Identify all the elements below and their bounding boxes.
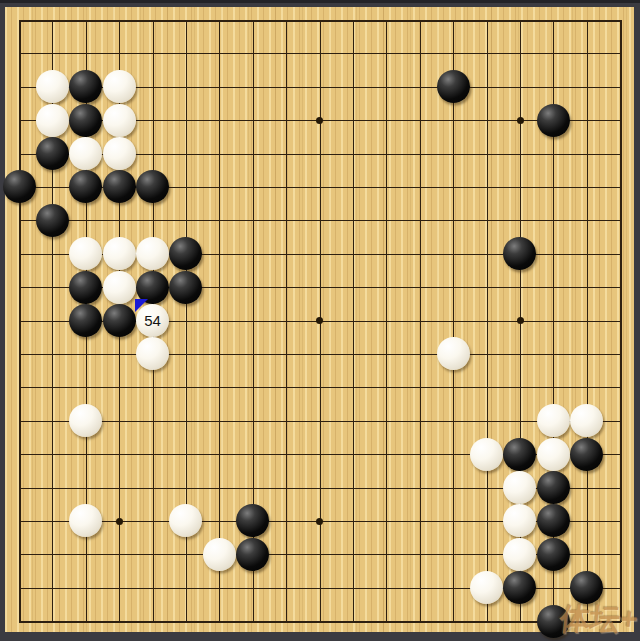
intersection[interactable] (102, 504, 135, 537)
intersection[interactable] (69, 504, 102, 537)
intersection[interactable] (36, 70, 69, 103)
intersection[interactable] (36, 204, 69, 237)
intersection[interactable] (169, 404, 202, 437)
intersection[interactable] (603, 371, 636, 404)
intersection[interactable] (403, 304, 436, 337)
intersection[interactable] (470, 204, 503, 237)
intersection[interactable] (603, 304, 636, 337)
intersection[interactable] (102, 170, 135, 203)
intersection[interactable] (69, 471, 102, 504)
intersection[interactable] (403, 371, 436, 404)
intersection[interactable] (136, 103, 169, 136)
intersection[interactable] (203, 137, 236, 170)
intersection[interactable] (102, 37, 135, 70)
intersection[interactable] (236, 270, 269, 303)
intersection[interactable] (269, 70, 302, 103)
intersection[interactable] (470, 504, 503, 537)
intersection[interactable] (36, 371, 69, 404)
intersection[interactable] (69, 204, 102, 237)
intersection[interactable] (370, 538, 403, 571)
intersection[interactable] (503, 170, 536, 203)
intersection[interactable] (503, 237, 536, 270)
intersection[interactable] (203, 103, 236, 136)
intersection[interactable] (169, 137, 202, 170)
intersection[interactable] (537, 103, 570, 136)
intersection[interactable] (136, 37, 169, 70)
intersection[interactable] (2, 137, 35, 170)
intersection[interactable] (403, 337, 436, 370)
intersection[interactable] (136, 237, 169, 270)
intersection[interactable] (436, 604, 469, 637)
intersection[interactable] (102, 304, 135, 337)
intersection[interactable] (436, 571, 469, 604)
intersection[interactable] (370, 170, 403, 203)
intersection[interactable] (570, 604, 603, 637)
intersection[interactable] (503, 304, 536, 337)
intersection[interactable] (2, 170, 35, 203)
intersection[interactable] (236, 538, 269, 571)
intersection[interactable] (236, 137, 269, 170)
intersection[interactable] (169, 571, 202, 604)
intersection[interactable] (269, 371, 302, 404)
intersection[interactable] (436, 137, 469, 170)
intersection[interactable] (336, 604, 369, 637)
intersection[interactable] (203, 504, 236, 537)
intersection[interactable] (436, 70, 469, 103)
intersection[interactable] (36, 538, 69, 571)
intersection[interactable] (603, 471, 636, 504)
intersection[interactable] (436, 3, 469, 36)
intersection[interactable] (169, 337, 202, 370)
intersection[interactable] (136, 3, 169, 36)
intersection[interactable] (102, 571, 135, 604)
intersection[interactable] (336, 137, 369, 170)
intersection[interactable] (203, 3, 236, 36)
intersection[interactable] (403, 137, 436, 170)
intersection[interactable] (570, 103, 603, 136)
intersection[interactable] (102, 3, 135, 36)
intersection[interactable] (169, 3, 202, 36)
intersection[interactable] (370, 237, 403, 270)
intersection[interactable] (269, 3, 302, 36)
intersection[interactable] (36, 604, 69, 637)
intersection[interactable] (169, 604, 202, 637)
intersection[interactable] (403, 204, 436, 237)
intersection[interactable] (503, 538, 536, 571)
intersection[interactable] (236, 103, 269, 136)
intersection[interactable] (303, 170, 336, 203)
intersection[interactable] (136, 270, 169, 303)
intersection[interactable] (470, 304, 503, 337)
intersection[interactable] (403, 571, 436, 604)
intersection[interactable] (169, 37, 202, 70)
intersection[interactable] (269, 270, 302, 303)
intersection[interactable] (336, 3, 369, 36)
intersection[interactable] (470, 70, 503, 103)
intersection[interactable] (570, 437, 603, 470)
intersection[interactable] (303, 538, 336, 571)
intersection[interactable] (69, 270, 102, 303)
intersection[interactable] (69, 571, 102, 604)
intersection[interactable] (269, 404, 302, 437)
intersection[interactable] (169, 304, 202, 337)
intersection[interactable] (503, 604, 536, 637)
intersection[interactable] (169, 204, 202, 237)
intersection[interactable] (370, 371, 403, 404)
intersection[interactable] (336, 237, 369, 270)
intersection[interactable] (236, 371, 269, 404)
intersection[interactable] (69, 304, 102, 337)
intersection[interactable] (603, 204, 636, 237)
intersection[interactable] (2, 103, 35, 136)
intersection[interactable] (336, 270, 369, 303)
intersection[interactable] (436, 404, 469, 437)
intersection[interactable] (503, 70, 536, 103)
intersection[interactable] (2, 604, 35, 637)
intersection[interactable] (69, 538, 102, 571)
intersection[interactable] (570, 70, 603, 103)
intersection[interactable] (503, 270, 536, 303)
intersection[interactable] (102, 237, 135, 270)
intersection[interactable] (537, 70, 570, 103)
intersection[interactable] (370, 437, 403, 470)
intersection[interactable] (303, 237, 336, 270)
intersection[interactable] (36, 571, 69, 604)
intersection[interactable] (136, 604, 169, 637)
intersection[interactable] (269, 137, 302, 170)
go-board[interactable]: 54 (5, 7, 634, 632)
intersection[interactable] (102, 604, 135, 637)
intersection[interactable] (269, 37, 302, 70)
intersection[interactable] (570, 371, 603, 404)
intersection[interactable] (203, 237, 236, 270)
intersection[interactable] (370, 571, 403, 604)
intersection[interactable] (36, 270, 69, 303)
intersection[interactable] (403, 3, 436, 36)
intersection[interactable] (203, 170, 236, 203)
intersection[interactable] (36, 404, 69, 437)
intersection[interactable] (236, 604, 269, 637)
intersection[interactable] (303, 37, 336, 70)
intersection[interactable] (136, 571, 169, 604)
intersection[interactable] (2, 538, 35, 571)
intersection[interactable] (236, 571, 269, 604)
intersection[interactable] (269, 571, 302, 604)
intersection[interactable] (2, 471, 35, 504)
intersection[interactable] (236, 471, 269, 504)
intersection[interactable] (2, 270, 35, 303)
intersection[interactable] (537, 137, 570, 170)
intersection[interactable] (102, 404, 135, 437)
intersection[interactable] (269, 604, 302, 637)
intersection[interactable] (503, 337, 536, 370)
intersection[interactable] (336, 538, 369, 571)
intersection[interactable] (603, 237, 636, 270)
intersection[interactable] (269, 337, 302, 370)
intersection[interactable] (336, 304, 369, 337)
intersection[interactable] (136, 404, 169, 437)
intersection[interactable] (503, 37, 536, 70)
intersection[interactable] (169, 471, 202, 504)
intersection[interactable] (69, 137, 102, 170)
intersection[interactable] (269, 504, 302, 537)
intersection[interactable] (2, 437, 35, 470)
intersection[interactable] (436, 471, 469, 504)
intersection[interactable] (203, 270, 236, 303)
intersection[interactable] (203, 204, 236, 237)
intersection[interactable] (436, 204, 469, 237)
intersection[interactable] (136, 471, 169, 504)
intersection[interactable] (603, 504, 636, 537)
intersection[interactable] (69, 37, 102, 70)
intersection[interactable] (236, 404, 269, 437)
intersection[interactable] (603, 404, 636, 437)
intersection[interactable] (336, 404, 369, 437)
intersection[interactable] (2, 304, 35, 337)
intersection[interactable] (36, 237, 69, 270)
intersection[interactable] (236, 70, 269, 103)
intersection[interactable] (603, 437, 636, 470)
intersection[interactable] (436, 304, 469, 337)
intersection[interactable] (303, 204, 336, 237)
intersection[interactable] (203, 604, 236, 637)
intersection[interactable] (503, 571, 536, 604)
intersection[interactable] (303, 103, 336, 136)
intersection[interactable] (36, 471, 69, 504)
intersection[interactable] (236, 204, 269, 237)
intersection[interactable] (269, 170, 302, 203)
intersection[interactable] (169, 270, 202, 303)
intersection[interactable] (470, 571, 503, 604)
intersection[interactable] (403, 538, 436, 571)
intersection[interactable] (537, 437, 570, 470)
intersection[interactable] (503, 471, 536, 504)
intersection[interactable] (537, 170, 570, 203)
intersection[interactable] (403, 471, 436, 504)
intersection[interactable] (36, 37, 69, 70)
intersection[interactable] (370, 204, 403, 237)
intersection[interactable] (2, 237, 35, 270)
intersection[interactable] (603, 337, 636, 370)
intersection[interactable] (36, 137, 69, 170)
intersection[interactable] (69, 70, 102, 103)
intersection[interactable] (570, 504, 603, 537)
intersection[interactable] (203, 437, 236, 470)
intersection[interactable] (436, 504, 469, 537)
intersection[interactable] (236, 37, 269, 70)
intersection[interactable] (537, 204, 570, 237)
intersection[interactable] (603, 604, 636, 637)
intersection[interactable] (303, 304, 336, 337)
intersection[interactable] (503, 137, 536, 170)
intersection[interactable] (336, 37, 369, 70)
intersection[interactable] (269, 204, 302, 237)
intersection[interactable] (436, 337, 469, 370)
intersection[interactable] (570, 237, 603, 270)
intersection[interactable] (2, 3, 35, 36)
intersection[interactable] (503, 504, 536, 537)
intersection[interactable] (436, 371, 469, 404)
intersection[interactable] (336, 103, 369, 136)
intersection[interactable] (403, 37, 436, 70)
intersection[interactable] (102, 337, 135, 370)
intersection[interactable] (570, 137, 603, 170)
intersection[interactable] (503, 3, 536, 36)
intersection[interactable] (537, 604, 570, 637)
intersection[interactable] (336, 437, 369, 470)
intersection[interactable] (570, 3, 603, 36)
intersection[interactable]: 54 (136, 304, 169, 337)
intersection[interactable] (470, 371, 503, 404)
intersection[interactable] (470, 437, 503, 470)
intersection[interactable] (403, 504, 436, 537)
intersection[interactable] (69, 337, 102, 370)
intersection[interactable] (537, 337, 570, 370)
intersection[interactable] (370, 3, 403, 36)
intersection[interactable] (69, 237, 102, 270)
intersection[interactable] (537, 3, 570, 36)
intersection[interactable] (537, 571, 570, 604)
intersection[interactable] (203, 571, 236, 604)
intersection[interactable] (537, 237, 570, 270)
intersection[interactable] (136, 337, 169, 370)
intersection[interactable] (203, 37, 236, 70)
intersection[interactable] (336, 337, 369, 370)
intersection[interactable] (370, 604, 403, 637)
intersection[interactable] (136, 204, 169, 237)
intersection[interactable] (102, 270, 135, 303)
intersection[interactable] (69, 404, 102, 437)
intersection[interactable] (436, 270, 469, 303)
intersection[interactable] (169, 103, 202, 136)
intersection[interactable] (136, 504, 169, 537)
intersection[interactable] (470, 103, 503, 136)
intersection[interactable] (537, 504, 570, 537)
intersection[interactable] (470, 404, 503, 437)
intersection[interactable] (537, 270, 570, 303)
intersection[interactable] (69, 170, 102, 203)
intersection[interactable] (570, 571, 603, 604)
intersection[interactable] (169, 437, 202, 470)
intersection[interactable] (470, 37, 503, 70)
intersection[interactable] (303, 604, 336, 637)
intersection[interactable] (570, 538, 603, 571)
intersection[interactable] (570, 37, 603, 70)
intersection[interactable] (203, 471, 236, 504)
intersection[interactable] (203, 538, 236, 571)
intersection[interactable] (169, 170, 202, 203)
intersection[interactable] (169, 237, 202, 270)
intersection[interactable] (236, 337, 269, 370)
intersection[interactable] (203, 304, 236, 337)
intersection[interactable] (2, 37, 35, 70)
intersection[interactable] (403, 237, 436, 270)
intersection[interactable] (303, 504, 336, 537)
intersection[interactable] (503, 371, 536, 404)
intersection[interactable] (303, 571, 336, 604)
intersection[interactable] (102, 371, 135, 404)
intersection[interactable] (503, 404, 536, 437)
intersection[interactable] (403, 437, 436, 470)
intersection[interactable] (203, 371, 236, 404)
intersection[interactable] (136, 437, 169, 470)
intersection[interactable] (370, 404, 403, 437)
intersection[interactable] (2, 504, 35, 537)
intersection[interactable] (603, 538, 636, 571)
intersection[interactable] (370, 471, 403, 504)
intersection[interactable] (303, 371, 336, 404)
intersection[interactable] (370, 270, 403, 303)
intersection[interactable] (603, 170, 636, 203)
intersection[interactable] (570, 404, 603, 437)
intersection[interactable] (303, 437, 336, 470)
intersection[interactable] (436, 37, 469, 70)
intersection[interactable] (370, 103, 403, 136)
intersection[interactable] (603, 37, 636, 70)
intersection[interactable] (570, 304, 603, 337)
intersection[interactable] (2, 70, 35, 103)
intersection[interactable] (370, 37, 403, 70)
intersection[interactable] (436, 437, 469, 470)
intersection[interactable] (403, 170, 436, 203)
intersection[interactable] (2, 371, 35, 404)
intersection[interactable] (470, 170, 503, 203)
intersection[interactable] (303, 471, 336, 504)
intersection[interactable] (537, 471, 570, 504)
intersection[interactable] (2, 337, 35, 370)
intersection[interactable] (102, 103, 135, 136)
intersection[interactable] (36, 304, 69, 337)
intersection[interactable] (236, 170, 269, 203)
intersection[interactable] (236, 304, 269, 337)
intersection[interactable] (470, 237, 503, 270)
intersection[interactable] (336, 204, 369, 237)
intersection[interactable] (303, 137, 336, 170)
intersection[interactable] (36, 3, 69, 36)
intersection[interactable] (537, 538, 570, 571)
intersection[interactable] (102, 137, 135, 170)
intersection[interactable] (470, 538, 503, 571)
intersection[interactable] (336, 571, 369, 604)
intersection[interactable] (69, 3, 102, 36)
intersection[interactable] (370, 504, 403, 537)
intersection[interactable] (470, 137, 503, 170)
intersection[interactable] (269, 437, 302, 470)
intersection[interactable] (303, 337, 336, 370)
intersection[interactable] (69, 371, 102, 404)
intersection[interactable] (336, 471, 369, 504)
intersection[interactable] (570, 471, 603, 504)
intersection[interactable] (203, 70, 236, 103)
intersection[interactable] (136, 70, 169, 103)
intersection[interactable] (102, 437, 135, 470)
intersection[interactable] (236, 504, 269, 537)
intersection[interactable] (269, 538, 302, 571)
intersection[interactable] (236, 437, 269, 470)
intersection[interactable] (537, 37, 570, 70)
intersection[interactable] (570, 204, 603, 237)
intersection[interactable] (570, 170, 603, 203)
intersection[interactable] (403, 103, 436, 136)
intersection[interactable] (303, 70, 336, 103)
intersection[interactable] (102, 204, 135, 237)
intersection[interactable] (169, 538, 202, 571)
intersection[interactable] (36, 437, 69, 470)
intersection[interactable] (537, 404, 570, 437)
intersection[interactable] (102, 70, 135, 103)
intersection[interactable] (370, 337, 403, 370)
intersection[interactable] (236, 3, 269, 36)
